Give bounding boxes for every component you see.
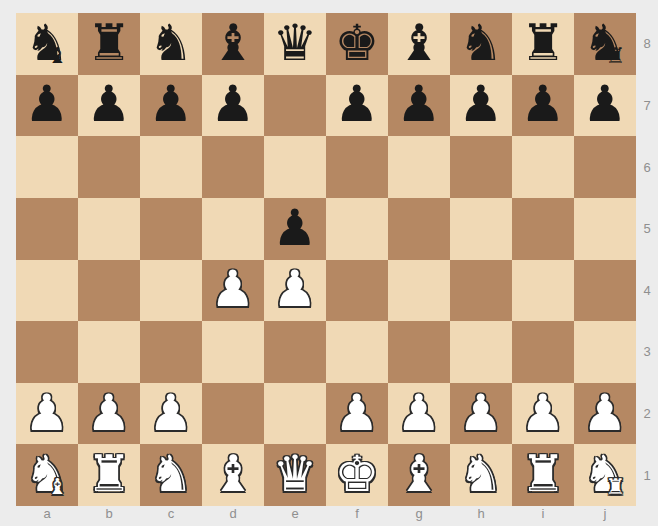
square-c2[interactable]: ♟: [140, 383, 202, 445]
white-pawn-piece[interactable]: ♟: [211, 264, 256, 314]
square-b2[interactable]: ♟: [78, 383, 140, 445]
square-c1[interactable]: ♞: [140, 444, 202, 506]
white-pawn-piece[interactable]: ♟: [459, 388, 504, 438]
black-bishop-piece[interactable]: ♝: [397, 18, 442, 68]
white-archbishop-piece[interactable]: ♞♝: [25, 449, 70, 499]
black-pawn-piece[interactable]: ♟: [273, 203, 318, 253]
file-label-h: h: [450, 504, 512, 524]
square-f5[interactable]: [326, 198, 388, 260]
square-e5[interactable]: ♟: [264, 198, 326, 260]
file-label-c: c: [140, 504, 202, 524]
black-bishop-piece[interactable]: ♝: [211, 18, 256, 68]
square-g1[interactable]: ♝: [388, 444, 450, 506]
square-f3[interactable]: [326, 321, 388, 383]
file-label-g: g: [388, 504, 450, 524]
rank-label-2: 2: [636, 383, 658, 445]
square-e2[interactable]: [264, 383, 326, 445]
square-i7[interactable]: ♟: [512, 75, 574, 137]
black-pawn-piece[interactable]: ♟: [211, 79, 256, 129]
square-g6[interactable]: [388, 136, 450, 198]
square-c8[interactable]: ♞: [140, 13, 202, 75]
square-f1[interactable]: ♚: [326, 444, 388, 506]
square-h6[interactable]: [450, 136, 512, 198]
white-knight-piece[interactable]: ♞: [459, 449, 504, 499]
black-knight-piece[interactable]: ♞: [459, 18, 504, 68]
white-bishop-piece[interactable]: ♝: [397, 449, 442, 499]
black-pawn-piece[interactable]: ♟: [149, 79, 194, 129]
square-d6[interactable]: [202, 136, 264, 198]
chessboard[interactable]: ♞♝♜♞♝♛♚♝♞♜♞♜♟♟♟♟♟♟♟♟♟♟♟♟♟♟♟♟♟♟♟♟♞♝♜♞♝♛♚♝…: [16, 13, 636, 506]
black-pawn-piece[interactable]: ♟: [583, 79, 628, 129]
square-e8[interactable]: ♛: [264, 13, 326, 75]
square-i6[interactable]: [512, 136, 574, 198]
rank-label-5: 5: [636, 198, 658, 260]
square-d1[interactable]: ♝: [202, 444, 264, 506]
black-pawn-piece[interactable]: ♟: [25, 79, 70, 129]
white-queen-piece[interactable]: ♛: [273, 449, 318, 499]
white-pawn-piece[interactable]: ♟: [521, 388, 566, 438]
square-e4[interactable]: ♟: [264, 260, 326, 322]
square-g4[interactable]: [388, 260, 450, 322]
square-h8[interactable]: ♞: [450, 13, 512, 75]
square-a2[interactable]: ♟: [16, 383, 78, 445]
black-chancellor-piece[interactable]: ♞♜: [583, 18, 628, 68]
white-pawn-piece[interactable]: ♟: [149, 388, 194, 438]
black-rook-piece[interactable]: ♜: [87, 18, 132, 68]
square-g2[interactable]: ♟: [388, 383, 450, 445]
square-f6[interactable]: [326, 136, 388, 198]
square-f8[interactable]: ♚: [326, 13, 388, 75]
file-label-f: f: [326, 504, 388, 524]
file-labels: abcdefghij: [16, 504, 636, 524]
square-b7[interactable]: ♟: [78, 75, 140, 137]
square-c5[interactable]: [140, 198, 202, 260]
square-a7[interactable]: ♟: [16, 75, 78, 137]
rank-label-1: 1: [636, 444, 658, 506]
file-label-d: d: [202, 504, 264, 524]
white-pawn-piece[interactable]: ♟: [87, 388, 132, 438]
archbishop-badge-icon: ♝: [48, 476, 68, 498]
black-knight-piece[interactable]: ♞: [149, 18, 194, 68]
chancellor-badge-icon: ♜: [606, 45, 626, 67]
square-i2[interactable]: ♟: [512, 383, 574, 445]
square-c4[interactable]: [140, 260, 202, 322]
file-label-j: j: [574, 504, 636, 524]
square-j5[interactable]: [574, 198, 636, 260]
square-j3[interactable]: [574, 321, 636, 383]
archbishop-badge-icon: ♝: [48, 45, 68, 67]
square-f4[interactable]: [326, 260, 388, 322]
square-g7[interactable]: ♟: [388, 75, 450, 137]
square-i3[interactable]: [512, 321, 574, 383]
square-h5[interactable]: [450, 198, 512, 260]
black-pawn-piece[interactable]: ♟: [335, 79, 380, 129]
square-j7[interactable]: ♟: [574, 75, 636, 137]
white-pawn-piece[interactable]: ♟: [583, 388, 628, 438]
square-j4[interactable]: [574, 260, 636, 322]
black-archbishop-piece[interactable]: ♞♝: [25, 18, 70, 68]
square-d5[interactable]: [202, 198, 264, 260]
white-pawn-piece[interactable]: ♟: [397, 388, 442, 438]
square-b3[interactable]: [78, 321, 140, 383]
file-label-b: b: [78, 504, 140, 524]
square-b5[interactable]: [78, 198, 140, 260]
rank-label-4: 4: [636, 260, 658, 322]
rank-label-8: 8: [636, 13, 658, 75]
square-j1[interactable]: ♞♜: [574, 444, 636, 506]
square-h3[interactable]: [450, 321, 512, 383]
square-i5[interactable]: [512, 198, 574, 260]
square-d8[interactable]: ♝: [202, 13, 264, 75]
square-h1[interactable]: ♞: [450, 444, 512, 506]
white-pawn-piece[interactable]: ♟: [25, 388, 70, 438]
square-d7[interactable]: ♟: [202, 75, 264, 137]
chancellor-badge-icon: ♜: [606, 476, 626, 498]
square-h7[interactable]: ♟: [450, 75, 512, 137]
square-i4[interactable]: [512, 260, 574, 322]
rank-label-6: 6: [636, 136, 658, 198]
square-h2[interactable]: ♟: [450, 383, 512, 445]
square-a6[interactable]: [16, 136, 78, 198]
file-label-e: e: [264, 504, 326, 524]
square-b8[interactable]: ♜: [78, 13, 140, 75]
square-h4[interactable]: [450, 260, 512, 322]
white-bishop-piece[interactable]: ♝: [211, 449, 256, 499]
white-rook-piece[interactable]: ♜: [521, 449, 566, 499]
rank-label-3: 3: [636, 321, 658, 383]
black-king-piece[interactable]: ♚: [335, 18, 380, 68]
black-pawn-piece[interactable]: ♟: [397, 79, 442, 129]
square-g8[interactable]: ♝: [388, 13, 450, 75]
white-pawn-piece[interactable]: ♟: [273, 264, 318, 314]
square-a3[interactable]: [16, 321, 78, 383]
square-b1[interactable]: ♜: [78, 444, 140, 506]
square-e7[interactable]: [264, 75, 326, 137]
square-i8[interactable]: ♜: [512, 13, 574, 75]
square-e3[interactable]: [264, 321, 326, 383]
square-d2[interactable]: [202, 383, 264, 445]
square-i1[interactable]: ♜: [512, 444, 574, 506]
square-e6[interactable]: [264, 136, 326, 198]
square-a8[interactable]: ♞♝: [16, 13, 78, 75]
square-a1[interactable]: ♞♝: [16, 444, 78, 506]
square-a5[interactable]: [16, 198, 78, 260]
file-label-a: a: [16, 504, 78, 524]
square-b4[interactable]: [78, 260, 140, 322]
square-g3[interactable]: [388, 321, 450, 383]
square-b6[interactable]: [78, 136, 140, 198]
black-queen-piece[interactable]: ♛: [273, 18, 318, 68]
square-f7[interactable]: ♟: [326, 75, 388, 137]
square-e1[interactable]: ♛: [264, 444, 326, 506]
game-screen: ♞♝♜♞♝♛♚♝♞♜♞♜♟♟♟♟♟♟♟♟♟♟♟♟♟♟♟♟♟♟♟♟♞♝♜♞♝♛♚♝…: [0, 0, 658, 526]
rank-labels: 87654321: [636, 13, 658, 506]
square-a4[interactable]: [16, 260, 78, 322]
square-g5[interactable]: [388, 198, 450, 260]
white-pawn-piece[interactable]: ♟: [335, 388, 380, 438]
white-king-piece[interactable]: ♚: [335, 449, 380, 499]
square-j6[interactable]: [574, 136, 636, 198]
file-label-i: i: [512, 504, 574, 524]
black-pawn-piece[interactable]: ♟: [521, 79, 566, 129]
square-d4[interactable]: ♟: [202, 260, 264, 322]
square-f2[interactable]: ♟: [326, 383, 388, 445]
black-pawn-piece[interactable]: ♟: [459, 79, 504, 129]
square-j8[interactable]: ♞♜: [574, 13, 636, 75]
white-knight-piece[interactable]: ♞: [149, 449, 194, 499]
white-rook-piece[interactable]: ♜: [87, 449, 132, 499]
square-d3[interactable]: [202, 321, 264, 383]
square-j2[interactable]: ♟: [574, 383, 636, 445]
rank-label-7: 7: [636, 75, 658, 137]
square-c6[interactable]: [140, 136, 202, 198]
black-rook-piece[interactable]: ♜: [521, 18, 566, 68]
square-c7[interactable]: ♟: [140, 75, 202, 137]
black-pawn-piece[interactable]: ♟: [87, 79, 132, 129]
square-c3[interactable]: [140, 321, 202, 383]
white-chancellor-piece[interactable]: ♞♜: [583, 449, 628, 499]
